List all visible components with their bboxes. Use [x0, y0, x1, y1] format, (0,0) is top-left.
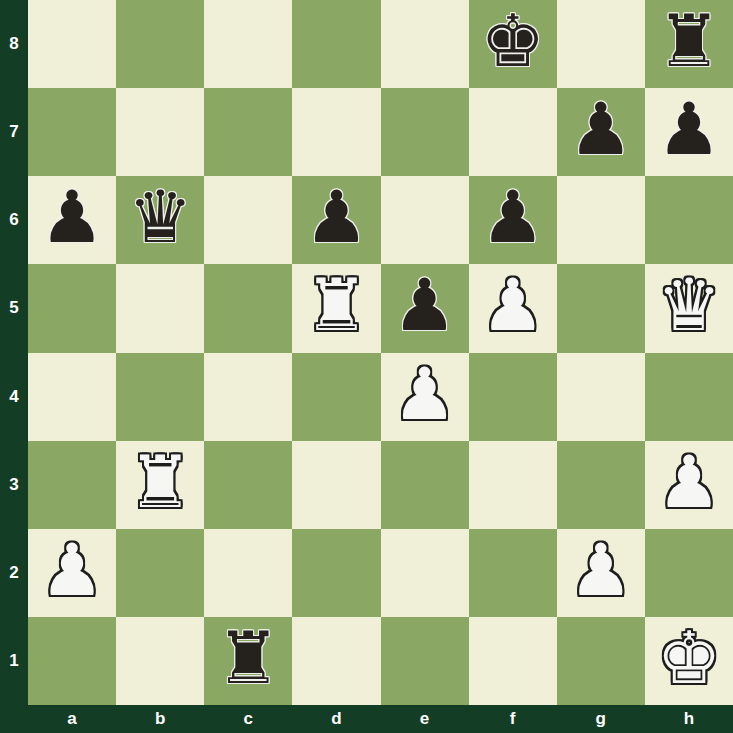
square-c5[interactable]	[204, 264, 292, 352]
square-e4[interactable]: ♟	[381, 353, 469, 441]
square-d2[interactable]	[292, 529, 380, 617]
square-f2[interactable]	[469, 529, 557, 617]
square-d4[interactable]	[292, 353, 380, 441]
piece-white-rook[interactable]: ♜	[128, 446, 193, 518]
square-a5[interactable]	[28, 264, 116, 352]
file-label-f: f	[469, 705, 557, 733]
piece-black-rook[interactable]: ♜	[657, 5, 722, 77]
rank-label-7: 7	[0, 88, 28, 176]
square-c2[interactable]	[204, 529, 292, 617]
square-a4[interactable]	[28, 353, 116, 441]
square-f6[interactable]: ♟	[469, 176, 557, 264]
file-label-e: e	[381, 705, 469, 733]
piece-black-pawn[interactable]: ♟	[657, 93, 722, 165]
square-h5[interactable]: ♛	[645, 264, 733, 352]
piece-white-pawn[interactable]: ♟	[40, 534, 105, 606]
file-label-d: d	[292, 705, 380, 733]
square-e3[interactable]	[381, 441, 469, 529]
square-h1[interactable]: ♚	[645, 617, 733, 705]
square-f5[interactable]: ♟	[469, 264, 557, 352]
square-a1[interactable]	[28, 617, 116, 705]
piece-white-rook[interactable]: ♜	[304, 269, 369, 341]
square-a8[interactable]	[28, 0, 116, 88]
piece-white-pawn[interactable]: ♟	[392, 358, 457, 430]
square-a3[interactable]	[28, 441, 116, 529]
square-e2[interactable]	[381, 529, 469, 617]
rank-label-8: 8	[0, 0, 28, 88]
square-h3[interactable]: ♟	[645, 441, 733, 529]
file-label-a: a	[28, 705, 116, 733]
piece-white-king[interactable]: ♚	[657, 622, 722, 694]
piece-black-queen[interactable]: ♛	[128, 181, 193, 253]
piece-white-pawn[interactable]: ♟	[657, 446, 722, 518]
piece-white-pawn[interactable]: ♟	[569, 534, 634, 606]
square-h4[interactable]	[645, 353, 733, 441]
square-c3[interactable]	[204, 441, 292, 529]
square-g3[interactable]	[557, 441, 645, 529]
square-e8[interactable]	[381, 0, 469, 88]
piece-black-pawn[interactable]: ♟	[569, 93, 634, 165]
square-c7[interactable]	[204, 88, 292, 176]
chess-board-frame: 8♚♜7♟♟6♟♛♟♟5♜♟♟♛4♟3♜♟2♟♟1♜♚abcdefgh	[0, 0, 733, 733]
square-g1[interactable]	[557, 617, 645, 705]
square-b3[interactable]: ♜	[116, 441, 204, 529]
square-b2[interactable]	[116, 529, 204, 617]
square-d5[interactable]: ♜	[292, 264, 380, 352]
square-e1[interactable]	[381, 617, 469, 705]
square-a2[interactable]: ♟	[28, 529, 116, 617]
square-b1[interactable]	[116, 617, 204, 705]
square-f4[interactable]	[469, 353, 557, 441]
square-d6[interactable]: ♟	[292, 176, 380, 264]
piece-black-rook[interactable]: ♜	[216, 622, 281, 694]
rank-label-6: 6	[0, 176, 28, 264]
square-f7[interactable]	[469, 88, 557, 176]
square-g4[interactable]	[557, 353, 645, 441]
square-b4[interactable]	[116, 353, 204, 441]
piece-black-pawn[interactable]: ♟	[480, 181, 545, 253]
square-f3[interactable]	[469, 441, 557, 529]
square-c8[interactable]	[204, 0, 292, 88]
rank-label-2: 2	[0, 529, 28, 617]
file-label-b: b	[116, 705, 204, 733]
square-g6[interactable]	[557, 176, 645, 264]
square-b8[interactable]	[116, 0, 204, 88]
square-g2[interactable]: ♟	[557, 529, 645, 617]
file-label-h: h	[645, 705, 733, 733]
square-f1[interactable]	[469, 617, 557, 705]
piece-black-king[interactable]: ♚	[480, 5, 545, 77]
piece-black-pawn[interactable]: ♟	[392, 269, 457, 341]
piece-black-pawn[interactable]: ♟	[40, 181, 105, 253]
square-b5[interactable]	[116, 264, 204, 352]
square-g5[interactable]	[557, 264, 645, 352]
square-e5[interactable]: ♟	[381, 264, 469, 352]
square-h2[interactable]	[645, 529, 733, 617]
square-d1[interactable]	[292, 617, 380, 705]
rank-label-4: 4	[0, 353, 28, 441]
rank-label-3: 3	[0, 441, 28, 529]
square-a7[interactable]	[28, 88, 116, 176]
square-c1[interactable]: ♜	[204, 617, 292, 705]
square-e7[interactable]	[381, 88, 469, 176]
square-h7[interactable]: ♟	[645, 88, 733, 176]
file-label-c: c	[204, 705, 292, 733]
rank-label-1: 1	[0, 617, 28, 705]
square-c4[interactable]	[204, 353, 292, 441]
square-a6[interactable]: ♟	[28, 176, 116, 264]
piece-black-pawn[interactable]: ♟	[304, 181, 369, 253]
board-corner	[0, 705, 28, 733]
rank-label-5: 5	[0, 264, 28, 352]
square-f8[interactable]: ♚	[469, 0, 557, 88]
square-g8[interactable]	[557, 0, 645, 88]
square-c6[interactable]	[204, 176, 292, 264]
square-d8[interactable]	[292, 0, 380, 88]
square-g7[interactable]: ♟	[557, 88, 645, 176]
piece-white-queen[interactable]: ♛	[657, 269, 722, 341]
square-h8[interactable]: ♜	[645, 0, 733, 88]
square-d3[interactable]	[292, 441, 380, 529]
file-label-g: g	[557, 705, 645, 733]
square-b6[interactable]: ♛	[116, 176, 204, 264]
square-b7[interactable]	[116, 88, 204, 176]
square-e6[interactable]	[381, 176, 469, 264]
square-d7[interactable]	[292, 88, 380, 176]
piece-white-pawn[interactable]: ♟	[480, 269, 545, 341]
chess-board: 8♚♜7♟♟6♟♛♟♟5♜♟♟♛4♟3♜♟2♟♟1♜♚abcdefgh	[0, 0, 733, 733]
square-h6[interactable]	[645, 176, 733, 264]
